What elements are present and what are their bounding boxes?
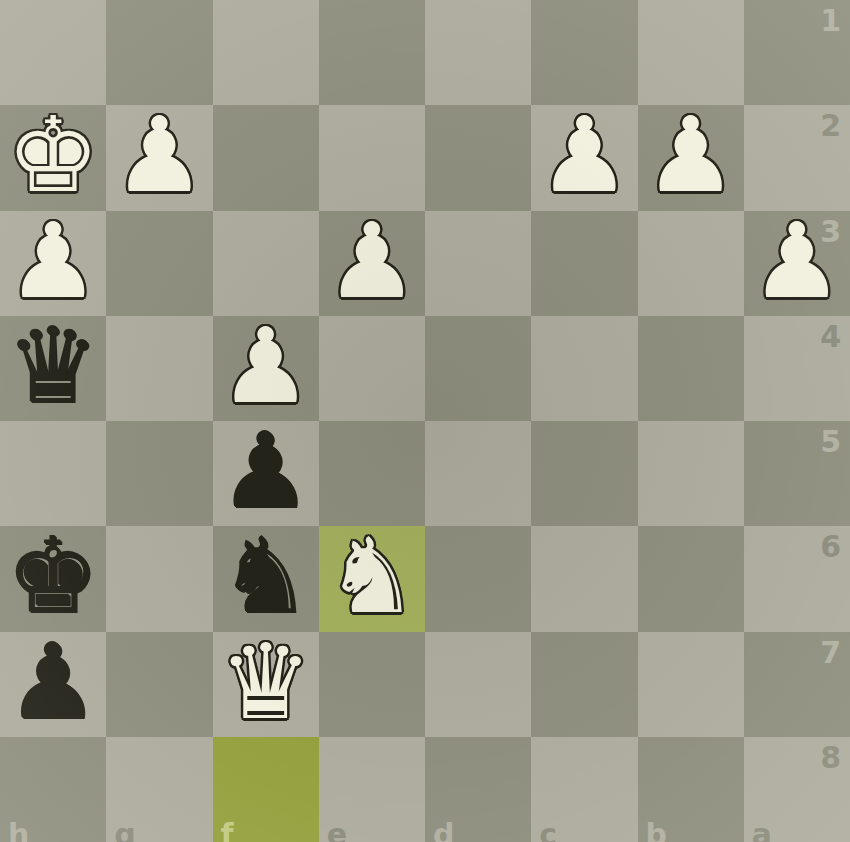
square-a3[interactable]: ♟3 (744, 211, 850, 316)
chess-board: 1♚♟♟♟2♟♟♟3♛♟4♟5♚♞♞6♟♛7hgfedcb8a (0, 0, 850, 842)
file-label-d: d (433, 817, 454, 842)
square-b7[interactable] (638, 632, 744, 737)
file-label-a: a (752, 817, 772, 842)
file-label-e: e (327, 817, 347, 842)
square-e5[interactable] (319, 421, 425, 526)
square-g8[interactable]: g (106, 737, 212, 842)
square-h2[interactable]: ♚ (0, 105, 106, 210)
square-h3[interactable]: ♟ (0, 211, 106, 316)
rank-label-8: 8 (820, 740, 841, 775)
square-c1[interactable] (531, 0, 637, 105)
square-c6[interactable] (531, 526, 637, 631)
square-d7[interactable] (425, 632, 531, 737)
square-e2[interactable] (319, 105, 425, 210)
white-king-piece[interactable]: ♚ (7, 103, 100, 208)
square-c2[interactable]: ♟ (531, 105, 637, 210)
chess-board-container: 1♚♟♟♟2♟♟♟3♛♟4♟5♚♞♞6♟♛7hgfedcb8a (0, 0, 850, 842)
square-b4[interactable] (638, 316, 744, 421)
square-c5[interactable] (531, 421, 637, 526)
square-g1[interactable] (106, 0, 212, 105)
square-g5[interactable] (106, 421, 212, 526)
square-b3[interactable] (638, 211, 744, 316)
square-c3[interactable] (531, 211, 637, 316)
square-d3[interactable] (425, 211, 531, 316)
square-c7[interactable] (531, 632, 637, 737)
square-e7[interactable] (319, 632, 425, 737)
square-d1[interactable] (425, 0, 531, 105)
square-f7[interactable]: ♛ (213, 632, 319, 737)
square-a1[interactable]: 1 (744, 0, 850, 105)
square-b6[interactable] (638, 526, 744, 631)
square-e3[interactable]: ♟ (319, 211, 425, 316)
file-label-c: c (539, 817, 557, 842)
square-f8[interactable]: f (213, 737, 319, 842)
file-label-g: g (114, 817, 135, 842)
square-d4[interactable] (425, 316, 531, 421)
file-label-h: h (8, 817, 29, 842)
square-h7[interactable]: ♟ (0, 632, 106, 737)
black-queen-piece[interactable]: ♛ (7, 314, 100, 419)
rank-label-5: 5 (820, 424, 841, 459)
square-h6[interactable]: ♚ (0, 526, 106, 631)
square-e4[interactable] (319, 316, 425, 421)
square-a8[interactable]: 8a (744, 737, 850, 842)
rank-label-6: 6 (820, 529, 841, 564)
square-g6[interactable] (106, 526, 212, 631)
rank-label-1: 1 (820, 3, 841, 38)
square-c4[interactable] (531, 316, 637, 421)
square-g3[interactable] (106, 211, 212, 316)
white-pawn-piece[interactable]: ♟ (219, 314, 312, 419)
square-g7[interactable] (106, 632, 212, 737)
white-pawn-piece[interactable]: ♟ (113, 103, 206, 208)
rank-label-7: 7 (820, 635, 841, 670)
square-f1[interactable] (213, 0, 319, 105)
square-a6[interactable]: 6 (744, 526, 850, 631)
rank-label-2: 2 (820, 108, 841, 143)
black-king-piece[interactable]: ♚ (7, 524, 100, 629)
square-b1[interactable] (638, 0, 744, 105)
square-g4[interactable] (106, 316, 212, 421)
white-knight-piece[interactable]: ♞ (325, 524, 418, 629)
square-h5[interactable] (0, 421, 106, 526)
rank-label-3: 3 (820, 214, 841, 249)
square-f3[interactable] (213, 211, 319, 316)
square-b2[interactable]: ♟ (638, 105, 744, 210)
square-d8[interactable]: d (425, 737, 531, 842)
white-pawn-piece[interactable]: ♟ (325, 209, 418, 314)
square-f5[interactable]: ♟ (213, 421, 319, 526)
square-a5[interactable]: 5 (744, 421, 850, 526)
square-g2[interactable]: ♟ (106, 105, 212, 210)
white-pawn-piece[interactable]: ♟ (538, 103, 631, 208)
square-b8[interactable]: b (638, 737, 744, 842)
white-pawn-piece[interactable]: ♟ (7, 209, 100, 314)
square-d2[interactable] (425, 105, 531, 210)
square-d5[interactable] (425, 421, 531, 526)
black-knight-piece[interactable]: ♞ (219, 524, 312, 629)
square-f4[interactable]: ♟ (213, 316, 319, 421)
white-pawn-piece[interactable]: ♟ (644, 103, 737, 208)
square-d6[interactable] (425, 526, 531, 631)
rank-label-4: 4 (820, 319, 841, 354)
black-pawn-piece[interactable]: ♟ (7, 630, 100, 735)
square-f6[interactable]: ♞ (213, 526, 319, 631)
square-h1[interactable] (0, 0, 106, 105)
black-pawn-piece[interactable]: ♟ (219, 419, 312, 524)
file-label-b: b (646, 817, 667, 842)
square-h4[interactable]: ♛ (0, 316, 106, 421)
square-e8[interactable]: e (319, 737, 425, 842)
white-queen-piece[interactable]: ♛ (219, 630, 312, 735)
square-f2[interactable] (213, 105, 319, 210)
square-a4[interactable]: 4 (744, 316, 850, 421)
square-b5[interactable] (638, 421, 744, 526)
square-a7[interactable]: 7 (744, 632, 850, 737)
square-h8[interactable]: h (0, 737, 106, 842)
square-a2[interactable]: 2 (744, 105, 850, 210)
square-e1[interactable] (319, 0, 425, 105)
square-c8[interactable]: c (531, 737, 637, 842)
square-e6[interactable]: ♞ (319, 526, 425, 631)
file-label-f: f (221, 817, 234, 842)
